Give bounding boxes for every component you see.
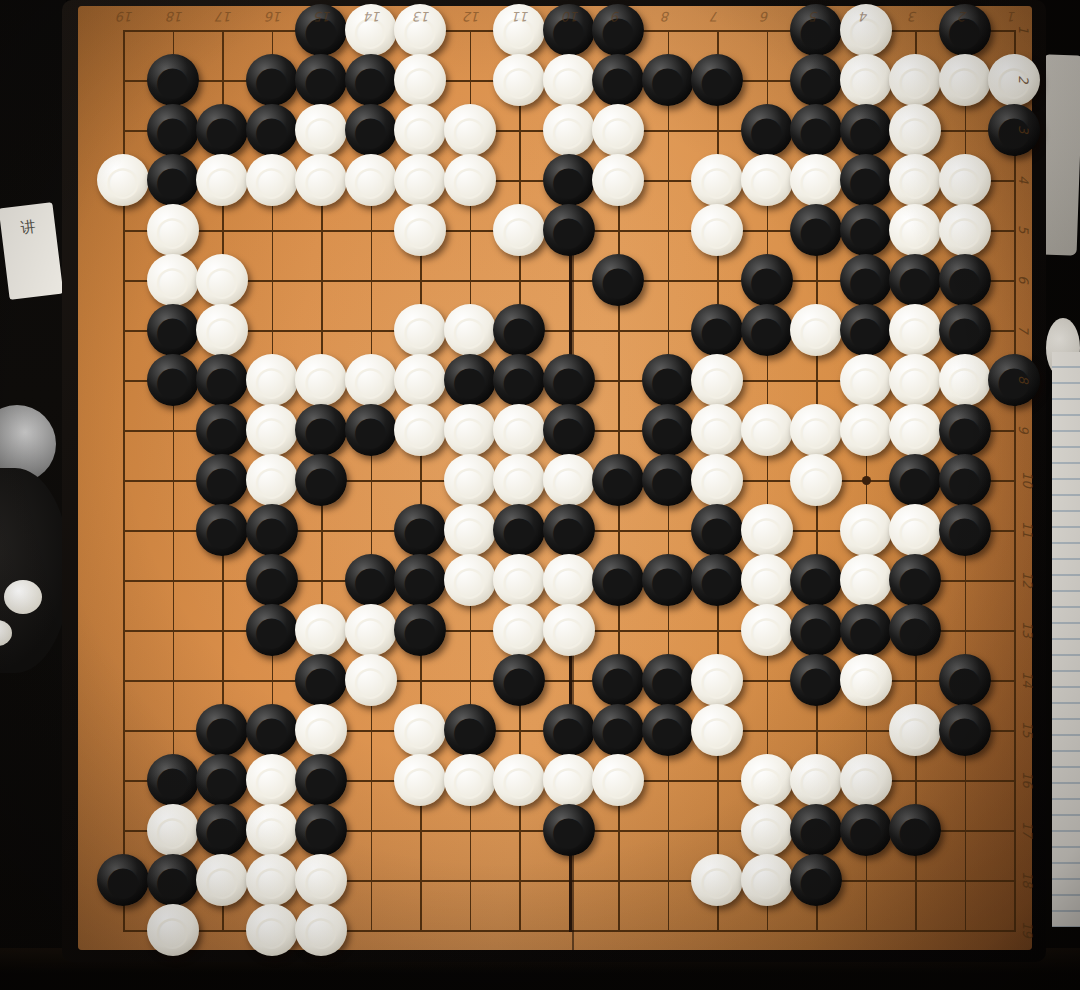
black-stone[interactable]: ● — [295, 754, 347, 806]
coord-label-top: 8 — [662, 9, 670, 24]
black-stone[interactable]: ● — [345, 554, 397, 606]
coord-label-right: 5 — [1016, 225, 1031, 233]
white-stone[interactable]: ○ — [741, 604, 793, 656]
white-stone[interactable]: ○ — [196, 304, 248, 356]
white-stone[interactable]: ○ — [196, 854, 248, 906]
coord-label-right: 18 — [1020, 871, 1035, 888]
white-stone[interactable]: ○ — [840, 404, 892, 456]
black-stone[interactable]: ● — [790, 204, 842, 256]
white-stone[interactable]: ○ — [493, 604, 545, 656]
white-stone[interactable]: ○ — [444, 304, 496, 356]
go-game-photo: { "game": "go", "board": { "size": 19, "… — [0, 0, 1080, 990]
black-stone[interactable]: ● — [196, 104, 248, 156]
coord-label-right: 15 — [1020, 721, 1035, 738]
white-stone[interactable]: ○ — [246, 404, 298, 456]
white-stone[interactable]: ○ — [889, 704, 941, 756]
black-stone[interactable]: ● — [790, 654, 842, 706]
black-stone[interactable]: ● — [196, 404, 248, 456]
coord-label-right: 3 — [1016, 125, 1031, 133]
white-stone[interactable]: ○ — [246, 854, 298, 906]
white-stone[interactable]: ○ — [147, 904, 199, 956]
black-stone[interactable]: ● — [642, 454, 694, 506]
white-stone[interactable]: ○ — [741, 554, 793, 606]
white-stone[interactable]: ○ — [295, 354, 347, 406]
black-stone[interactable]: ● — [295, 404, 347, 456]
black-stone[interactable]: ● — [889, 804, 941, 856]
coord-label-right: 12 — [1020, 571, 1035, 588]
black-stone[interactable]: ● — [592, 454, 644, 506]
black-stone[interactable]: ● — [493, 654, 545, 706]
black-stone[interactable]: ● — [196, 504, 248, 556]
white-stone[interactable]: ○ — [592, 154, 644, 206]
coord-label-right: 14 — [1020, 671, 1035, 688]
black-stone[interactable]: ● — [691, 554, 743, 606]
black-stone[interactable]: ● — [246, 54, 298, 106]
black-stone[interactable]: ● — [889, 604, 941, 656]
black-stone[interactable]: ● — [543, 154, 595, 206]
white-stone[interactable]: ○ — [295, 104, 347, 156]
coord-label-top: 10 — [563, 9, 580, 24]
black-stone[interactable]: ● — [246, 704, 298, 756]
black-stone[interactable]: ● — [592, 54, 644, 106]
star-point — [862, 476, 871, 485]
white-stone[interactable]: ○ — [741, 504, 793, 556]
white-stone[interactable]: ○ — [741, 754, 793, 806]
white-stone[interactable]: ○ — [246, 154, 298, 206]
black-stone[interactable]: ● — [592, 254, 644, 306]
coord-label-right: 8 — [1016, 375, 1031, 383]
black-stone[interactable]: ● — [790, 854, 842, 906]
black-stone[interactable]: ● — [345, 404, 397, 456]
white-stone[interactable]: ○ — [444, 404, 496, 456]
white-stone[interactable]: ○ — [147, 804, 199, 856]
white-stone[interactable]: ○ — [741, 804, 793, 856]
black-stone[interactable]: ● — [493, 304, 545, 356]
black-stone[interactable]: ● — [840, 604, 892, 656]
black-stone[interactable]: ● — [147, 104, 199, 156]
white-stone[interactable]: ○ — [394, 154, 446, 206]
white-stone[interactable]: ○ — [246, 804, 298, 856]
white-stone[interactable]: ○ — [345, 354, 397, 406]
white-stone[interactable]: ○ — [592, 104, 644, 156]
coord-label-right: 19 — [1020, 921, 1035, 938]
black-stone[interactable]: ● — [790, 554, 842, 606]
coord-label-right: 16 — [1020, 771, 1035, 788]
white-stone[interactable]: ○ — [691, 154, 743, 206]
white-stone[interactable]: ○ — [889, 404, 941, 456]
black-stone[interactable]: ● — [741, 104, 793, 156]
white-stone[interactable]: ○ — [493, 754, 545, 806]
white-stone[interactable]: ○ — [394, 104, 446, 156]
black-stone[interactable]: ● — [939, 454, 991, 506]
black-stone[interactable]: ● — [939, 504, 991, 556]
black-stone[interactable]: ● — [295, 454, 347, 506]
black-stone[interactable]: ● — [493, 504, 545, 556]
coord-label-right: 9 — [1016, 425, 1031, 433]
coord-label-top: 13 — [414, 9, 431, 24]
white-stone[interactable]: ○ — [295, 604, 347, 656]
white-stone[interactable]: ○ — [939, 54, 991, 106]
black-stone[interactable]: ● — [889, 554, 941, 606]
black-stone[interactable]: ● — [543, 804, 595, 856]
paper-scrap: 讲 — [0, 202, 63, 300]
white-stone[interactable]: ○ — [691, 704, 743, 756]
black-stone[interactable]: ● — [196, 754, 248, 806]
black-stone[interactable]: ● — [592, 554, 644, 606]
white-stone[interactable]: ○ — [889, 154, 941, 206]
white-stone[interactable]: ○ — [592, 754, 644, 806]
coord-label-right: 13 — [1020, 621, 1035, 638]
coord-label-top: 2 — [959, 9, 967, 24]
coord-label-top: 18 — [167, 9, 184, 24]
black-stone[interactable]: ● — [196, 454, 248, 506]
white-stone[interactable]: ○ — [196, 154, 248, 206]
black-stone[interactable]: ● — [394, 554, 446, 606]
black-stone[interactable]: ● — [889, 254, 941, 306]
white-stone[interactable]: ○ — [691, 404, 743, 456]
white-stone[interactable]: ○ — [97, 154, 149, 206]
white-stone[interactable]: ○ — [345, 154, 397, 206]
white-stone[interactable]: ○ — [889, 304, 941, 356]
white-stone[interactable]: ○ — [889, 104, 941, 156]
lined-paper — [1052, 352, 1080, 927]
black-stone[interactable]: ● — [939, 404, 991, 456]
white-stone[interactable]: ○ — [840, 54, 892, 106]
black-stone[interactable]: ● — [790, 104, 842, 156]
coord-label-top: 12 — [464, 9, 481, 24]
black-stone[interactable]: ● — [147, 354, 199, 406]
white-stone[interactable]: ○ — [394, 404, 446, 456]
black-stone[interactable]: ● — [246, 104, 298, 156]
white-stone[interactable]: ○ — [493, 54, 545, 106]
coord-label-top: 19 — [117, 9, 134, 24]
black-stone[interactable]: ● — [295, 654, 347, 706]
white-stone[interactable]: ○ — [889, 354, 941, 406]
white-stone[interactable]: ○ — [889, 54, 941, 106]
black-stone[interactable]: ● — [246, 504, 298, 556]
black-stone[interactable]: ● — [345, 54, 397, 106]
white-stone[interactable]: ○ — [840, 554, 892, 606]
white-stone[interactable]: ○ — [394, 754, 446, 806]
white-stone[interactable]: ○ — [493, 404, 545, 456]
black-stone[interactable]: ● — [840, 104, 892, 156]
black-stone[interactable]: ● — [295, 804, 347, 856]
black-stone[interactable]: ● — [790, 54, 842, 106]
black-stone[interactable]: ● — [147, 154, 199, 206]
white-stone[interactable]: ○ — [543, 54, 595, 106]
coord-label-top: 7 — [711, 9, 719, 24]
black-stone[interactable]: ● — [741, 304, 793, 356]
white-stone[interactable]: ○ — [939, 204, 991, 256]
grid-line — [1014, 30, 1016, 932]
black-stone[interactable]: ● — [394, 604, 446, 656]
black-stone[interactable]: ● — [543, 354, 595, 406]
coord-label-right: 4 — [1016, 175, 1031, 183]
white-stone[interactable]: ○ — [394, 704, 446, 756]
black-stone[interactable]: ● — [642, 554, 694, 606]
white-stone[interactable]: ○ — [394, 54, 446, 106]
white-stone[interactable]: ○ — [741, 404, 793, 456]
black-stone[interactable]: ● — [493, 354, 545, 406]
black-stone[interactable]: ● — [196, 704, 248, 756]
white-stone[interactable]: ○ — [889, 204, 941, 256]
black-stone[interactable]: ● — [444, 354, 496, 406]
black-stone[interactable]: ● — [840, 154, 892, 206]
white-stone[interactable]: ○ — [691, 204, 743, 256]
white-stone[interactable]: ○ — [444, 754, 496, 806]
coord-label-right: 11 — [1020, 521, 1035, 538]
white-stone[interactable]: ○ — [939, 354, 991, 406]
white-stone[interactable]: ○ — [444, 554, 496, 606]
white-stone[interactable]: ○ — [790, 404, 842, 456]
black-stone[interactable]: ● — [939, 304, 991, 356]
white-stone[interactable]: ○ — [345, 604, 397, 656]
coord-label-top: 6 — [761, 9, 769, 24]
coord-label-top: 5 — [810, 9, 818, 24]
white-stone[interactable]: ○ — [543, 554, 595, 606]
black-stone[interactable]: ● — [939, 254, 991, 306]
coord-label-top: 17 — [216, 9, 233, 24]
black-stone[interactable]: ● — [790, 604, 842, 656]
black-stone[interactable]: ● — [988, 354, 1040, 406]
black-stone[interactable]: ● — [840, 204, 892, 256]
white-stone[interactable]: ○ — [691, 354, 743, 406]
white-stone[interactable]: ○ — [147, 204, 199, 256]
white-stone[interactable]: ○ — [889, 504, 941, 556]
white-stone[interactable]: ○ — [444, 104, 496, 156]
white-stone[interactable]: ○ — [741, 154, 793, 206]
black-stone[interactable]: ● — [543, 204, 595, 256]
black-stone[interactable]: ● — [642, 654, 694, 706]
white-stone[interactable]: ○ — [295, 704, 347, 756]
coord-label-right: 10 — [1020, 471, 1035, 488]
white-stone[interactable]: ○ — [543, 754, 595, 806]
bowl-white-stone — [0, 620, 12, 646]
coord-label-right: 17 — [1020, 821, 1035, 838]
black-stone[interactable]: ● — [691, 304, 743, 356]
white-stone[interactable]: ○ — [444, 504, 496, 556]
black-stone[interactable]: ● — [196, 804, 248, 856]
coord-label-top: 3 — [909, 9, 917, 24]
black-stone[interactable]: ● — [939, 654, 991, 706]
black-stone[interactable]: ● — [394, 504, 446, 556]
white-stone[interactable]: ○ — [988, 54, 1040, 106]
white-stone[interactable]: ○ — [295, 904, 347, 956]
black-stone[interactable]: ● — [543, 704, 595, 756]
white-stone[interactable]: ○ — [840, 504, 892, 556]
white-stone[interactable]: ○ — [394, 304, 446, 356]
black-stone[interactable]: ● — [147, 304, 199, 356]
black-stone[interactable]: ● — [790, 804, 842, 856]
white-stone[interactable]: ○ — [444, 454, 496, 506]
black-stone[interactable]: ● — [592, 654, 644, 706]
black-stone[interactable]: ● — [246, 604, 298, 656]
white-stone[interactable]: ○ — [840, 654, 892, 706]
coord-label-top: 15 — [315, 9, 332, 24]
black-stone[interactable]: ● — [840, 304, 892, 356]
coord-label-top: 4 — [860, 9, 868, 24]
black-stone[interactable]: ● — [840, 804, 892, 856]
black-stone[interactable]: ● — [741, 254, 793, 306]
white-stone[interactable]: ○ — [790, 754, 842, 806]
black-stone[interactable]: ● — [295, 54, 347, 106]
black-stone[interactable]: ● — [196, 354, 248, 406]
black-stone[interactable]: ● — [592, 704, 644, 756]
white-stone[interactable]: ○ — [246, 904, 298, 956]
white-stone[interactable]: ○ — [691, 654, 743, 706]
black-stone[interactable]: ● — [642, 54, 694, 106]
white-stone[interactable]: ○ — [394, 354, 446, 406]
coord-label-top: 11 — [513, 9, 530, 24]
black-stone[interactable]: ● — [691, 504, 743, 556]
white-stone[interactable]: ○ — [840, 754, 892, 806]
white-stone[interactable]: ○ — [543, 454, 595, 506]
white-stone[interactable]: ○ — [345, 654, 397, 706]
black-stone[interactable]: ● — [642, 404, 694, 456]
coord-label-right: 1 — [1016, 25, 1031, 33]
white-stone[interactable]: ○ — [691, 854, 743, 906]
black-stone[interactable]: ● — [691, 54, 743, 106]
white-stone[interactable]: ○ — [741, 854, 793, 906]
black-stone[interactable]: ● — [642, 704, 694, 756]
white-stone[interactable]: ○ — [295, 854, 347, 906]
black-stone[interactable]: ● — [345, 104, 397, 156]
black-stone[interactable]: ● — [642, 354, 694, 406]
black-stone[interactable]: ● — [543, 504, 595, 556]
white-stone[interactable]: ○ — [691, 454, 743, 506]
coord-label-right: 2 — [1016, 75, 1031, 83]
black-stone[interactable]: ● — [889, 454, 941, 506]
white-stone[interactable]: ○ — [394, 204, 446, 256]
white-stone[interactable]: ○ — [543, 604, 595, 656]
black-stone[interactable]: ● — [147, 54, 199, 106]
white-stone[interactable]: ○ — [246, 354, 298, 406]
white-stone[interactable]: ○ — [493, 204, 545, 256]
coord-label-top: 1 — [1008, 9, 1016, 24]
black-stone[interactable]: ● — [147, 854, 199, 906]
coord-label-right: 6 — [1016, 275, 1031, 283]
white-stone[interactable]: ○ — [543, 104, 595, 156]
black-stone[interactable]: ● — [939, 704, 991, 756]
white-stone[interactable]: ○ — [790, 154, 842, 206]
white-stone[interactable]: ○ — [939, 154, 991, 206]
white-stone[interactable]: ○ — [790, 304, 842, 356]
black-stone[interactable]: ● — [246, 554, 298, 606]
white-stone[interactable]: ○ — [147, 254, 199, 306]
black-stone[interactable]: ● — [840, 254, 892, 306]
coord-label-top: 14 — [365, 9, 382, 24]
black-stone[interactable]: ● — [543, 404, 595, 456]
white-stone[interactable]: ○ — [246, 754, 298, 806]
white-stone[interactable]: ○ — [840, 354, 892, 406]
coord-label-top: 16 — [266, 9, 283, 24]
coord-label-right: 7 — [1016, 325, 1031, 333]
white-stone[interactable]: ○ — [246, 454, 298, 506]
white-stone[interactable]: ○ — [493, 554, 545, 606]
white-stone[interactable]: ○ — [196, 254, 248, 306]
black-stone[interactable]: ● — [97, 854, 149, 906]
white-stone[interactable]: ○ — [790, 454, 842, 506]
black-stone[interactable]: ● — [444, 704, 496, 756]
white-stone[interactable]: ○ — [493, 454, 545, 506]
bowl-white-stone — [4, 580, 42, 614]
black-stone[interactable]: ● — [988, 104, 1040, 156]
black-stone[interactable]: ● — [147, 754, 199, 806]
paper-scrap-text: 讲 — [20, 217, 37, 237]
coord-label-top: 9 — [612, 9, 620, 24]
white-stone[interactable]: ○ — [295, 154, 347, 206]
white-stone[interactable]: ○ — [444, 154, 496, 206]
